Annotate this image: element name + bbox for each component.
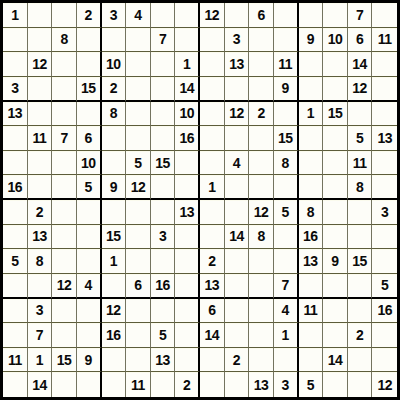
- cell-r8c15[interactable]: 8: [348, 175, 373, 200]
- cell-r13c7[interactable]: [151, 299, 176, 324]
- cell-r6c12[interactable]: 15: [274, 126, 299, 151]
- given-digit: 4: [134, 8, 141, 22]
- cell-r8c7[interactable]: [151, 175, 176, 200]
- cell-r14c5[interactable]: 16: [102, 323, 127, 348]
- cell-r12c3[interactable]: 12: [52, 274, 77, 299]
- cell-r12c16[interactable]: 5: [372, 274, 397, 299]
- cell-r14c14[interactable]: [323, 323, 348, 348]
- given-digit: 14: [179, 81, 194, 95]
- cell-r13c2[interactable]: 3: [28, 299, 53, 324]
- cell-r8c13[interactable]: [299, 175, 324, 200]
- cell-r7c4[interactable]: 10: [77, 151, 102, 176]
- given-digit: 13: [377, 131, 392, 145]
- cell-r12c2[interactable]: [28, 274, 53, 299]
- given-digit: 10: [106, 57, 121, 71]
- cell-r14c4[interactable]: [77, 323, 102, 348]
- cell-r14c3[interactable]: [52, 323, 77, 348]
- cell-r4c11[interactable]: [249, 77, 274, 102]
- given-digit: 6: [356, 32, 363, 46]
- cell-r15c14[interactable]: 14: [323, 348, 348, 373]
- cell-r16c12[interactable]: 3: [274, 372, 299, 397]
- cell-r13c4[interactable]: [77, 299, 102, 324]
- cell-r11c3[interactable]: [52, 249, 77, 274]
- cell-r12c6[interactable]: 6: [126, 274, 151, 299]
- cell-r7c1[interactable]: [3, 151, 28, 176]
- given-digit: 12: [57, 278, 72, 292]
- cell-r12c5[interactable]: [102, 274, 127, 299]
- cell-r2c15[interactable]: 6: [348, 28, 373, 53]
- cell-r6c7[interactable]: [151, 126, 176, 151]
- given-digit: 14: [328, 353, 343, 367]
- cell-r3c6[interactable]: [126, 52, 151, 77]
- given-digit: 1: [307, 106, 314, 120]
- cell-r2c10[interactable]: 3: [225, 28, 250, 53]
- cell-r14c1[interactable]: [3, 323, 28, 348]
- cell-r6c13[interactable]: [299, 126, 324, 151]
- cell-r15c12[interactable]: [274, 348, 299, 373]
- cell-r12c9[interactable]: 13: [200, 274, 225, 299]
- cell-r14c13[interactable]: [299, 323, 324, 348]
- cell-r12c7[interactable]: 16: [151, 274, 176, 299]
- cell-r11c12[interactable]: [274, 249, 299, 274]
- cell-r11c8[interactable]: [175, 249, 200, 274]
- cell-r9c11[interactable]: 12: [249, 200, 274, 225]
- cell-r11c11[interactable]: [249, 249, 274, 274]
- given-digit: 11: [131, 378, 145, 392]
- given-digit: 10: [328, 32, 343, 46]
- cell-r8c1[interactable]: 16: [3, 175, 28, 200]
- cell-r16c11[interactable]: 13: [249, 372, 274, 397]
- cell-r10c14[interactable]: [323, 225, 348, 250]
- cell-r14c12[interactable]: 1: [274, 323, 299, 348]
- cell-r9c4[interactable]: [77, 200, 102, 225]
- cell-r8c14[interactable]: [323, 175, 348, 200]
- cell-r5c2[interactable]: [28, 102, 53, 127]
- cell-r8c10[interactable]: [225, 175, 250, 200]
- cell-r5c4[interactable]: [77, 102, 102, 127]
- cell-r15c16[interactable]: [372, 348, 397, 373]
- given-digit: 4: [282, 303, 289, 317]
- cell-r4c3[interactable]: [52, 77, 77, 102]
- given-digit: 12: [352, 81, 367, 95]
- cell-r1c13[interactable]: [299, 3, 324, 28]
- cell-r8c6[interactable]: 12: [126, 175, 151, 200]
- cell-r7c7[interactable]: 15: [151, 151, 176, 176]
- cell-r3c9[interactable]: [200, 52, 225, 77]
- cell-r1c1[interactable]: 1: [3, 3, 28, 28]
- cell-r1c5[interactable]: 3: [102, 3, 127, 28]
- cell-r1c3[interactable]: [52, 3, 77, 28]
- cell-r12c12[interactable]: 7: [274, 274, 299, 299]
- cell-r2c12[interactable]: [274, 28, 299, 53]
- given-digit: 5: [159, 328, 166, 342]
- cell-r16c15[interactable]: [348, 372, 373, 397]
- cell-r6c10[interactable]: [225, 126, 250, 151]
- cell-r2c16[interactable]: 11: [372, 28, 397, 53]
- cell-r4c6[interactable]: [126, 77, 151, 102]
- cell-r1c2[interactable]: [28, 3, 53, 28]
- given-digit: 1: [183, 57, 190, 71]
- cell-r7c16[interactable]: [372, 151, 397, 176]
- given-digit: 3: [36, 303, 43, 317]
- cell-r3c16[interactable]: [372, 52, 397, 77]
- cell-r9c14[interactable]: [323, 200, 348, 225]
- cell-r11c4[interactable]: [77, 249, 102, 274]
- cell-r13c3[interactable]: [52, 299, 77, 324]
- cell-r5c14[interactable]: 15: [323, 102, 348, 127]
- cell-r3c10[interactable]: 13: [225, 52, 250, 77]
- cell-r6c1[interactable]: [3, 126, 28, 151]
- cell-r12c13[interactable]: [299, 274, 324, 299]
- cell-r13c16[interactable]: 16: [372, 299, 397, 324]
- cell-r9c8[interactable]: 13: [175, 200, 200, 225]
- cell-r14c9[interactable]: 14: [200, 323, 225, 348]
- cell-r8c9[interactable]: 1: [200, 175, 225, 200]
- cell-r3c7[interactable]: [151, 52, 176, 77]
- cell-r16c2[interactable]: 14: [28, 372, 53, 397]
- cell-r10c3[interactable]: [52, 225, 77, 250]
- cell-r14c11[interactable]: [249, 323, 274, 348]
- cell-r13c9[interactable]: 6: [200, 299, 225, 324]
- cell-r16c3[interactable]: [52, 372, 77, 397]
- cell-r4c4[interactable]: 15: [77, 77, 102, 102]
- cell-r1c11[interactable]: 6: [249, 3, 274, 28]
- given-digit: 13: [8, 106, 23, 120]
- cell-r1c15[interactable]: 7: [348, 3, 373, 28]
- cell-r11c5[interactable]: 1: [102, 249, 127, 274]
- given-digit: 5: [85, 180, 92, 194]
- given-digit: 1: [282, 328, 289, 342]
- cell-r3c3[interactable]: [52, 52, 77, 77]
- cell-r16c6[interactable]: 11: [126, 372, 151, 397]
- cell-r11c16[interactable]: [372, 249, 397, 274]
- cell-r3c2[interactable]: 12: [28, 52, 53, 77]
- cell-r5c10[interactable]: 12: [225, 102, 250, 127]
- cell-r14c8[interactable]: [175, 323, 200, 348]
- cell-r16c9[interactable]: [200, 372, 225, 397]
- cell-r1c10[interactable]: [225, 3, 250, 28]
- cell-r2c14[interactable]: 10: [323, 28, 348, 53]
- cell-r6c15[interactable]: 5: [348, 126, 373, 151]
- cell-r16c8[interactable]: 2: [175, 372, 200, 397]
- cell-r4c1[interactable]: 3: [3, 77, 28, 102]
- cell-r8c2[interactable]: [28, 175, 53, 200]
- cell-r11c9[interactable]: 2: [200, 249, 225, 274]
- cell-r10c12[interactable]: [274, 225, 299, 250]
- cell-r15c11[interactable]: [249, 348, 274, 373]
- cell-r2c3[interactable]: 8: [52, 28, 77, 53]
- cell-r1c4[interactable]: 2: [77, 3, 102, 28]
- cell-r9c15[interactable]: [348, 200, 373, 225]
- cell-r2c11[interactable]: [249, 28, 274, 53]
- cell-r4c9[interactable]: [200, 77, 225, 102]
- cell-r16c5[interactable]: [102, 372, 127, 397]
- given-digit: 2: [208, 254, 215, 268]
- cell-r9c1[interactable]: [3, 200, 28, 225]
- cell-r15c4[interactable]: 9: [77, 348, 102, 373]
- cell-r12c15[interactable]: [348, 274, 373, 299]
- cell-r4c8[interactable]: 14: [175, 77, 200, 102]
- cell-r10c9[interactable]: [200, 225, 225, 250]
- cell-r3c8[interactable]: 1: [175, 52, 200, 77]
- cell-r13c1[interactable]: [3, 299, 28, 324]
- cell-r4c2[interactable]: [28, 77, 53, 102]
- given-digit: 10: [81, 156, 96, 170]
- cell-r11c6[interactable]: [126, 249, 151, 274]
- cell-r10c16[interactable]: [372, 225, 397, 250]
- cell-r12c1[interactable]: [3, 274, 28, 299]
- cell-r10c10[interactable]: 14: [225, 225, 250, 250]
- given-digit: 3: [233, 32, 240, 46]
- cell-r5c7[interactable]: [151, 102, 176, 127]
- cell-r2c6[interactable]: [126, 28, 151, 53]
- cell-r1c12[interactable]: [274, 3, 299, 28]
- cell-r3c12[interactable]: 11: [274, 52, 299, 77]
- cell-r7c2[interactable]: [28, 151, 53, 176]
- cell-r2c4[interactable]: [77, 28, 102, 53]
- cell-r6c3[interactable]: 7: [52, 126, 77, 151]
- cell-r3c11[interactable]: [249, 52, 274, 77]
- given-digit: 6: [85, 131, 92, 145]
- given-digit: 8: [36, 254, 43, 268]
- cell-r10c13[interactable]: 16: [299, 225, 324, 250]
- cell-r10c1[interactable]: [3, 225, 28, 250]
- cell-r7c10[interactable]: 4: [225, 151, 250, 176]
- cell-r5c8[interactable]: 10: [175, 102, 200, 127]
- cell-r6c16[interactable]: 13: [372, 126, 397, 151]
- cell-r8c16[interactable]: [372, 175, 397, 200]
- cell-r14c6[interactable]: [126, 323, 151, 348]
- cell-r2c9[interactable]: [200, 28, 225, 53]
- given-digit: 2: [183, 378, 190, 392]
- cell-r6c5[interactable]: [102, 126, 127, 151]
- cell-r10c8[interactable]: [175, 225, 200, 250]
- cell-r14c2[interactable]: 7: [28, 323, 53, 348]
- given-digit: 2: [233, 353, 240, 367]
- cell-r7c5[interactable]: [102, 151, 127, 176]
- given-digit: 8: [110, 106, 117, 120]
- cell-r7c11[interactable]: [249, 151, 274, 176]
- cell-r9c3[interactable]: [52, 200, 77, 225]
- cell-r10c6[interactable]: [126, 225, 151, 250]
- cell-r5c6[interactable]: [126, 102, 151, 127]
- cell-r6c11[interactable]: [249, 126, 274, 151]
- given-digit: 11: [278, 57, 292, 71]
- cell-r12c10[interactable]: [225, 274, 250, 299]
- given-digit: 15: [155, 156, 170, 170]
- cell-r3c13[interactable]: [299, 52, 324, 77]
- given-digit: 9: [110, 180, 117, 194]
- cell-r14c7[interactable]: 5: [151, 323, 176, 348]
- cell-r9c10[interactable]: [225, 200, 250, 225]
- cell-r3c4[interactable]: [77, 52, 102, 77]
- cell-r15c8[interactable]: [175, 348, 200, 373]
- cell-r5c9[interactable]: [200, 102, 225, 127]
- cell-r16c4[interactable]: [77, 372, 102, 397]
- cell-r10c7[interactable]: 3: [151, 225, 176, 250]
- cell-r16c14[interactable]: [323, 372, 348, 397]
- cell-r1c16[interactable]: [372, 3, 397, 28]
- cell-r3c5[interactable]: 10: [102, 52, 127, 77]
- given-digit: 8: [257, 229, 264, 243]
- cell-r6c8[interactable]: 16: [175, 126, 200, 151]
- cell-r12c8[interactable]: [175, 274, 200, 299]
- cell-r5c1[interactable]: 13: [3, 102, 28, 127]
- cell-r11c7[interactable]: [151, 249, 176, 274]
- cell-r8c11[interactable]: [249, 175, 274, 200]
- cell-r4c13[interactable]: [299, 77, 324, 102]
- cell-r13c6[interactable]: [126, 299, 151, 324]
- cell-r4c16[interactable]: [372, 77, 397, 102]
- cell-r1c14[interactable]: [323, 3, 348, 28]
- given-digit: 2: [356, 328, 363, 342]
- cell-r15c10[interactable]: 2: [225, 348, 250, 373]
- cell-r4c7[interactable]: [151, 77, 176, 102]
- cell-r13c14[interactable]: [323, 299, 348, 324]
- cell-r11c10[interactable]: [225, 249, 250, 274]
- cell-r10c2[interactable]: 13: [28, 225, 53, 250]
- cell-r7c8[interactable]: [175, 151, 200, 176]
- cell-r11c15[interactable]: 15: [348, 249, 373, 274]
- cell-r5c11[interactable]: 2: [249, 102, 274, 127]
- cell-r6c6[interactable]: [126, 126, 151, 151]
- cell-r2c13[interactable]: 9: [299, 28, 324, 53]
- cell-r7c13[interactable]: [299, 151, 324, 176]
- cell-r4c5[interactable]: 2: [102, 77, 127, 102]
- cell-r4c14[interactable]: [323, 77, 348, 102]
- cell-r6c14[interactable]: [323, 126, 348, 151]
- cell-r5c5[interactable]: 8: [102, 102, 127, 127]
- cell-r13c10[interactable]: [225, 299, 250, 324]
- cell-r7c3[interactable]: [52, 151, 77, 176]
- cell-r10c15[interactable]: [348, 225, 373, 250]
- cell-r2c7[interactable]: 7: [151, 28, 176, 53]
- cell-r14c16[interactable]: [372, 323, 397, 348]
- cell-r8c3[interactable]: [52, 175, 77, 200]
- cell-r13c15[interactable]: [348, 299, 373, 324]
- cell-r12c11[interactable]: [249, 274, 274, 299]
- cell-r7c12[interactable]: 8: [274, 151, 299, 176]
- cell-r1c8[interactable]: [175, 3, 200, 28]
- cell-r2c1[interactable]: [3, 28, 28, 53]
- cell-r6c2[interactable]: 11: [28, 126, 53, 151]
- cell-r4c12[interactable]: 9: [274, 77, 299, 102]
- cell-r15c3[interactable]: 15: [52, 348, 77, 373]
- cell-r1c7[interactable]: [151, 3, 176, 28]
- cell-r2c8[interactable]: [175, 28, 200, 53]
- cell-r16c7[interactable]: [151, 372, 176, 397]
- given-digit: 8: [356, 180, 363, 194]
- sudoku-board: 1234126787391061112101131114315214912138…: [0, 0, 400, 400]
- cell-r1c6[interactable]: 4: [126, 3, 151, 28]
- cell-r9c7[interactable]: [151, 200, 176, 225]
- cell-r13c5[interactable]: 12: [102, 299, 127, 324]
- cell-r15c7[interactable]: 13: [151, 348, 176, 373]
- cell-r15c2[interactable]: 1: [28, 348, 53, 373]
- given-digit: 12: [205, 8, 220, 22]
- cell-r2c5[interactable]: [102, 28, 127, 53]
- cell-r10c11[interactable]: 8: [249, 225, 274, 250]
- cell-r6c9[interactable]: [200, 126, 225, 151]
- cell-r16c16[interactable]: 12: [372, 372, 397, 397]
- cell-r15c15[interactable]: [348, 348, 373, 373]
- cell-r2c2[interactable]: [28, 28, 53, 53]
- cell-r13c8[interactable]: [175, 299, 200, 324]
- cell-r9c12[interactable]: 5: [274, 200, 299, 225]
- cell-r15c5[interactable]: [102, 348, 127, 373]
- cell-r13c11[interactable]: [249, 299, 274, 324]
- cell-r5c12[interactable]: [274, 102, 299, 127]
- cell-r11c1[interactable]: 5: [3, 249, 28, 274]
- cell-r13c13[interactable]: 11: [299, 299, 324, 324]
- cell-r15c6[interactable]: [126, 348, 151, 373]
- cell-r13c12[interactable]: 4: [274, 299, 299, 324]
- cell-r10c5[interactable]: 15: [102, 225, 127, 250]
- cell-r9c13[interactable]: 8: [299, 200, 324, 225]
- cell-r15c9[interactable]: [200, 348, 225, 373]
- cell-r9c16[interactable]: 3: [372, 200, 397, 225]
- given-digit: 11: [8, 353, 22, 367]
- cell-r1c9[interactable]: 12: [200, 3, 225, 28]
- given-digit: 13: [205, 278, 220, 292]
- cell-r16c13[interactable]: 5: [299, 372, 324, 397]
- cell-r11c13[interactable]: 13: [299, 249, 324, 274]
- cell-r7c15[interactable]: 11: [348, 151, 373, 176]
- cell-r3c1[interactable]: [3, 52, 28, 77]
- cell-r11c2[interactable]: 8: [28, 249, 53, 274]
- cell-r16c1[interactable]: [3, 372, 28, 397]
- cell-r8c4[interactable]: 5: [77, 175, 102, 200]
- cell-r5c16[interactable]: [372, 102, 397, 127]
- cell-r8c8[interactable]: [175, 175, 200, 200]
- given-digit: 12: [32, 57, 47, 71]
- cell-r14c10[interactable]: [225, 323, 250, 348]
- cell-r9c9[interactable]: [200, 200, 225, 225]
- cell-r5c13[interactable]: 1: [299, 102, 324, 127]
- cell-r3c15[interactable]: 14: [348, 52, 373, 77]
- cell-r3c14[interactable]: [323, 52, 348, 77]
- given-digit: 9: [307, 32, 314, 46]
- cell-r15c1[interactable]: 11: [3, 348, 28, 373]
- cell-r16c10[interactable]: [225, 372, 250, 397]
- cell-r4c15[interactable]: 12: [348, 77, 373, 102]
- cell-r5c3[interactable]: [52, 102, 77, 127]
- cell-r7c6[interactable]: 5: [126, 151, 151, 176]
- cell-r12c14[interactable]: [323, 274, 348, 299]
- given-digit: 8: [282, 156, 289, 170]
- cell-r8c5[interactable]: 9: [102, 175, 127, 200]
- cell-r9c5[interactable]: [102, 200, 127, 225]
- given-digit: 13: [155, 353, 170, 367]
- cell-r12c4[interactable]: 4: [77, 274, 102, 299]
- cell-r7c14[interactable]: [323, 151, 348, 176]
- cell-r5c15[interactable]: [348, 102, 373, 127]
- cell-r11c14[interactable]: 9: [323, 249, 348, 274]
- cell-r7c9[interactable]: [200, 151, 225, 176]
- cell-r14c15[interactable]: 2: [348, 323, 373, 348]
- cell-r9c2[interactable]: 2: [28, 200, 53, 225]
- given-digit: 16: [155, 278, 170, 292]
- cell-r9c6[interactable]: [126, 200, 151, 225]
- given-digit: 2: [85, 8, 92, 22]
- cell-r4c10[interactable]: [225, 77, 250, 102]
- given-digit: 15: [278, 131, 293, 145]
- sudoku-page: 1234126787391061112101131114315214912138…: [0, 0, 400, 400]
- cell-r6c4[interactable]: 6: [77, 126, 102, 151]
- cell-r8c12[interactable]: [274, 175, 299, 200]
- cell-r10c4[interactable]: [77, 225, 102, 250]
- cell-r15c13[interactable]: [299, 348, 324, 373]
